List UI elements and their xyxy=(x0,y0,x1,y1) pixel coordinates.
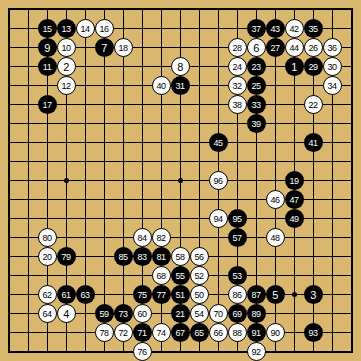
stone-black-move-39: 39 xyxy=(247,114,266,133)
stone-white-move-68: 68 xyxy=(152,266,171,285)
move-number-label: 5 xyxy=(272,289,278,300)
stone-black-move-41: 41 xyxy=(304,133,323,152)
move-number-label: 32 xyxy=(232,81,241,90)
stone-black-move-87: 87 xyxy=(247,285,266,304)
hoshi-point xyxy=(178,178,183,183)
move-number-label: 2 xyxy=(63,61,69,72)
stone-black-move-53: 53 xyxy=(228,266,247,285)
stone-black-move-65: 65 xyxy=(190,323,209,342)
move-number-label: 66 xyxy=(213,328,222,337)
stone-white-move-52: 52 xyxy=(190,266,209,285)
move-number-label: 33 xyxy=(251,100,260,109)
stone-black-move-7: 7 xyxy=(95,38,114,57)
grid-line-horizontal xyxy=(9,237,352,238)
stone-black-move-81: 81 xyxy=(152,247,171,266)
move-number-label: 16 xyxy=(99,24,108,33)
move-number-label: 89 xyxy=(251,309,260,318)
stone-black-move-59: 59 xyxy=(95,304,114,323)
stone-black-move-63: 63 xyxy=(76,285,95,304)
stone-white-move-36: 36 xyxy=(323,38,342,57)
stone-white-move-64: 64 xyxy=(38,304,57,323)
move-number-label: 88 xyxy=(232,328,241,337)
move-number-label: 54 xyxy=(194,309,203,318)
stone-white-move-38: 38 xyxy=(228,95,247,114)
move-number-label: 65 xyxy=(194,328,203,337)
stone-black-move-79: 79 xyxy=(57,247,76,266)
move-number-label: 36 xyxy=(327,43,336,52)
move-number-label: 67 xyxy=(175,328,184,337)
move-number-label: 94 xyxy=(213,214,222,223)
stone-white-move-34: 34 xyxy=(323,76,342,95)
move-number-label: 46 xyxy=(270,195,279,204)
stone-black-move-45: 45 xyxy=(209,133,228,152)
move-number-label: 4 xyxy=(63,308,69,319)
stone-white-move-28: 28 xyxy=(228,38,247,57)
stone-black-move-77: 77 xyxy=(152,285,171,304)
stone-black-move-9: 9 xyxy=(38,38,57,57)
move-number-label: 81 xyxy=(156,252,165,261)
move-number-label: 87 xyxy=(251,290,260,299)
grid-line-horizontal xyxy=(9,351,352,352)
move-number-label: 28 xyxy=(232,43,241,52)
stone-white-move-82: 82 xyxy=(152,228,171,247)
stone-black-move-3: 3 xyxy=(304,285,323,304)
grid-line-vertical xyxy=(351,9,352,352)
stone-white-move-84: 84 xyxy=(133,228,152,247)
move-number-label: 47 xyxy=(289,195,298,204)
stone-white-move-56: 56 xyxy=(190,247,209,266)
stone-black-move-57: 57 xyxy=(228,228,247,247)
stone-black-move-5: 5 xyxy=(266,285,285,304)
move-number-label: 55 xyxy=(175,271,184,280)
stone-white-move-40: 40 xyxy=(152,76,171,95)
stone-white-move-2: 2 xyxy=(57,57,76,76)
move-number-label: 91 xyxy=(251,328,260,337)
move-number-label: 61 xyxy=(61,290,70,299)
move-number-label: 19 xyxy=(289,176,298,185)
move-number-label: 23 xyxy=(251,62,260,71)
move-number-label: 22 xyxy=(308,100,317,109)
move-number-label: 24 xyxy=(232,62,241,71)
stone-white-move-92: 92 xyxy=(247,342,266,361)
move-number-label: 58 xyxy=(175,252,184,261)
move-number-label: 92 xyxy=(251,347,260,356)
stone-white-move-12: 12 xyxy=(57,76,76,95)
stone-black-move-55: 55 xyxy=(171,266,190,285)
move-number-label: 84 xyxy=(137,233,146,242)
stone-black-move-11: 11 xyxy=(38,57,57,76)
move-number-label: 76 xyxy=(137,347,146,356)
stone-white-move-44: 44 xyxy=(285,38,304,57)
stone-black-move-51: 51 xyxy=(171,285,190,304)
move-number-label: 50 xyxy=(194,290,203,299)
move-number-label: 75 xyxy=(137,290,146,299)
stone-black-move-95: 95 xyxy=(228,209,247,228)
stone-white-move-90: 90 xyxy=(266,323,285,342)
move-number-label: 35 xyxy=(308,24,317,33)
stone-white-move-78: 78 xyxy=(95,323,114,342)
stone-black-move-47: 47 xyxy=(285,190,304,209)
stone-white-move-62: 62 xyxy=(38,285,57,304)
move-number-label: 43 xyxy=(270,24,279,33)
stone-black-move-35: 35 xyxy=(304,19,323,38)
move-number-label: 57 xyxy=(232,233,241,242)
move-number-label: 18 xyxy=(118,43,127,52)
stone-black-move-75: 75 xyxy=(133,285,152,304)
stone-white-move-50: 50 xyxy=(190,285,209,304)
move-number-label: 30 xyxy=(327,62,336,71)
stone-black-move-1: 1 xyxy=(285,57,304,76)
stone-black-move-83: 83 xyxy=(133,247,152,266)
stone-white-move-8: 8 xyxy=(171,57,190,76)
move-number-label: 12 xyxy=(61,81,70,90)
stone-black-move-27: 27 xyxy=(266,38,285,57)
stone-white-move-66: 66 xyxy=(209,323,228,342)
move-number-label: 60 xyxy=(137,309,146,318)
go-board[interactable]: 1234567891011121314151617181920212223242… xyxy=(0,0,361,361)
stone-white-move-26: 26 xyxy=(304,38,323,57)
stone-white-move-42: 42 xyxy=(285,19,304,38)
move-number-label: 8 xyxy=(177,61,183,72)
stone-white-move-24: 24 xyxy=(228,57,247,76)
stone-black-move-19: 19 xyxy=(285,171,304,190)
stone-black-move-21: 21 xyxy=(171,304,190,323)
stone-white-move-4: 4 xyxy=(57,304,76,323)
move-number-label: 3 xyxy=(310,289,316,300)
move-number-label: 41 xyxy=(308,138,317,147)
hoshi-point xyxy=(64,178,69,183)
stone-white-move-48: 48 xyxy=(266,228,285,247)
move-number-label: 37 xyxy=(251,24,260,33)
stone-white-move-10: 10 xyxy=(57,38,76,57)
stone-black-move-67: 67 xyxy=(171,323,190,342)
stone-white-move-76: 76 xyxy=(133,342,152,361)
hoshi-point xyxy=(292,292,297,297)
stone-black-move-89: 89 xyxy=(247,304,266,323)
move-number-label: 86 xyxy=(232,290,241,299)
move-number-label: 17 xyxy=(42,100,51,109)
stone-white-move-60: 60 xyxy=(133,304,152,323)
move-number-label: 11 xyxy=(43,62,51,71)
stone-black-move-91: 91 xyxy=(247,323,266,342)
move-number-label: 73 xyxy=(118,309,127,318)
stone-black-move-17: 17 xyxy=(38,95,57,114)
move-number-label: 59 xyxy=(99,309,108,318)
move-number-label: 31 xyxy=(175,81,184,90)
stone-white-move-16: 16 xyxy=(95,19,114,38)
move-number-label: 13 xyxy=(61,24,70,33)
move-number-label: 38 xyxy=(232,100,241,109)
move-number-label: 9 xyxy=(44,42,50,53)
stone-white-move-18: 18 xyxy=(114,38,133,57)
move-number-label: 70 xyxy=(213,309,222,318)
move-number-label: 85 xyxy=(118,252,127,261)
move-number-label: 10 xyxy=(61,43,70,52)
move-number-label: 48 xyxy=(270,233,279,242)
stone-black-move-15: 15 xyxy=(38,19,57,38)
move-number-label: 39 xyxy=(251,119,260,128)
move-number-label: 71 xyxy=(137,328,146,337)
stone-black-move-37: 37 xyxy=(247,19,266,38)
stone-white-move-20: 20 xyxy=(38,247,57,266)
stone-black-move-61: 61 xyxy=(57,285,76,304)
stone-black-move-85: 85 xyxy=(114,247,133,266)
move-number-label: 62 xyxy=(42,290,51,299)
move-number-label: 20 xyxy=(42,252,51,261)
move-number-label: 7 xyxy=(101,42,107,53)
move-number-label: 25 xyxy=(251,81,260,90)
move-number-label: 64 xyxy=(42,309,51,318)
move-number-label: 27 xyxy=(270,43,279,52)
move-number-label: 6 xyxy=(253,42,259,53)
stone-black-move-29: 29 xyxy=(304,57,323,76)
move-number-label: 42 xyxy=(289,24,298,33)
move-number-label: 72 xyxy=(118,328,127,337)
move-number-label: 93 xyxy=(308,328,317,337)
stone-white-move-6: 6 xyxy=(247,38,266,57)
move-number-label: 68 xyxy=(156,271,165,280)
stone-black-move-43: 43 xyxy=(266,19,285,38)
move-number-label: 34 xyxy=(327,81,336,90)
stone-white-move-88: 88 xyxy=(228,323,247,342)
stone-white-move-30: 30 xyxy=(323,57,342,76)
move-number-label: 63 xyxy=(80,290,89,299)
move-number-label: 69 xyxy=(232,309,241,318)
move-number-label: 45 xyxy=(213,138,222,147)
stone-white-move-74: 74 xyxy=(152,323,171,342)
stone-white-move-54: 54 xyxy=(190,304,209,323)
move-number-label: 96 xyxy=(213,176,222,185)
stone-white-move-72: 72 xyxy=(114,323,133,342)
stone-white-move-80: 80 xyxy=(38,228,57,247)
move-number-label: 80 xyxy=(42,233,51,242)
move-number-label: 29 xyxy=(308,62,317,71)
move-number-label: 44 xyxy=(289,43,298,52)
move-number-label: 56 xyxy=(194,252,203,261)
stone-white-move-14: 14 xyxy=(76,19,95,38)
move-number-label: 26 xyxy=(308,43,317,52)
stone-white-move-46: 46 xyxy=(266,190,285,209)
stone-black-move-49: 49 xyxy=(285,209,304,228)
stone-black-move-69: 69 xyxy=(228,304,247,323)
stone-black-move-71: 71 xyxy=(133,323,152,342)
move-number-label: 77 xyxy=(156,290,165,299)
stone-white-move-70: 70 xyxy=(209,304,228,323)
stone-white-move-86: 86 xyxy=(228,285,247,304)
stone-black-move-25: 25 xyxy=(247,76,266,95)
stone-white-move-96: 96 xyxy=(209,171,228,190)
move-number-label: 1 xyxy=(291,61,297,72)
move-number-label: 51 xyxy=(175,290,184,299)
move-number-label: 74 xyxy=(156,328,165,337)
move-number-label: 21 xyxy=(175,309,184,318)
stone-black-move-31: 31 xyxy=(171,76,190,95)
move-number-label: 78 xyxy=(99,328,108,337)
stone-white-move-58: 58 xyxy=(171,247,190,266)
stone-white-move-94: 94 xyxy=(209,209,228,228)
move-number-label: 15 xyxy=(42,24,51,33)
move-number-label: 79 xyxy=(61,252,70,261)
stone-black-move-93: 93 xyxy=(304,323,323,342)
move-number-label: 53 xyxy=(232,271,241,280)
stone-black-move-33: 33 xyxy=(247,95,266,114)
move-number-label: 95 xyxy=(232,214,241,223)
move-number-label: 40 xyxy=(156,81,165,90)
move-number-label: 52 xyxy=(194,271,203,280)
stone-white-move-32: 32 xyxy=(228,76,247,95)
move-number-label: 90 xyxy=(270,328,279,337)
move-number-label: 14 xyxy=(80,24,89,33)
stone-black-move-13: 13 xyxy=(57,19,76,38)
move-number-label: 49 xyxy=(289,214,298,223)
stone-black-move-23: 23 xyxy=(247,57,266,76)
move-number-label: 82 xyxy=(156,233,165,242)
stone-white-move-22: 22 xyxy=(304,95,323,114)
move-number-label: 83 xyxy=(137,252,146,261)
stone-black-move-73: 73 xyxy=(114,304,133,323)
